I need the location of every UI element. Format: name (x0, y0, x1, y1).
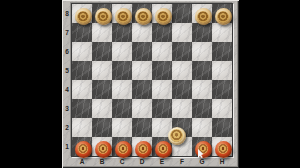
square-b5[interactable] (92, 61, 112, 80)
square-h5[interactable] (212, 61, 232, 80)
square-g6[interactable] (192, 42, 212, 61)
square-h8[interactable] (212, 4, 232, 23)
square-h3[interactable] (212, 99, 232, 118)
square-g5[interactable] (192, 61, 212, 80)
square-d5[interactable] (132, 61, 152, 80)
square-d3[interactable] (132, 99, 152, 118)
square-f6[interactable] (172, 42, 192, 61)
square-g7[interactable] (192, 23, 212, 42)
file-label-g: G (192, 158, 212, 165)
game-window: 87654321ABCDEFGH (0, 0, 300, 168)
square-e1[interactable] (152, 137, 172, 156)
square-f2[interactable] (172, 118, 192, 137)
file-label-c: C (112, 158, 132, 165)
square-c6[interactable] (112, 42, 132, 61)
rank-label-3: 3 (62, 105, 72, 112)
square-e2[interactable] (152, 118, 172, 137)
square-d8[interactable] (132, 4, 152, 23)
square-c2[interactable] (112, 118, 132, 137)
square-g3[interactable] (192, 99, 212, 118)
square-e3[interactable] (152, 99, 172, 118)
square-a3[interactable] (72, 99, 92, 118)
square-g8[interactable] (192, 4, 212, 23)
square-c4[interactable] (112, 80, 132, 99)
square-h6[interactable] (212, 42, 232, 61)
square-f1[interactable] (172, 137, 192, 156)
rank-label-8: 8 (62, 10, 72, 17)
rank-label-4: 4 (62, 86, 72, 93)
square-a1[interactable] (72, 137, 92, 156)
rank-label-6: 6 (62, 48, 72, 55)
square-a5[interactable] (72, 61, 92, 80)
square-c5[interactable] (112, 61, 132, 80)
rank-label-5: 5 (62, 67, 72, 74)
square-b1[interactable] (92, 137, 112, 156)
square-e4[interactable] (152, 80, 172, 99)
square-d2[interactable] (132, 118, 152, 137)
rank-label-1: 1 (62, 143, 72, 150)
square-d4[interactable] (132, 80, 152, 99)
rank-label-7: 7 (62, 29, 72, 36)
square-a8[interactable] (72, 4, 92, 23)
square-d1[interactable] (132, 137, 152, 156)
square-d6[interactable] (132, 42, 152, 61)
square-e8[interactable] (152, 4, 172, 23)
square-f4[interactable] (172, 80, 192, 99)
file-label-e: E (152, 158, 172, 165)
square-b6[interactable] (92, 42, 112, 61)
square-g2[interactable] (192, 118, 212, 137)
square-b3[interactable] (92, 99, 112, 118)
square-c7[interactable] (112, 23, 132, 42)
square-e6[interactable] (152, 42, 172, 61)
file-label-d: D (132, 158, 152, 165)
square-b2[interactable] (92, 118, 112, 137)
square-h2[interactable] (212, 118, 232, 137)
square-b4[interactable] (92, 80, 112, 99)
square-a6[interactable] (72, 42, 92, 61)
square-c8[interactable] (112, 4, 132, 23)
square-d7[interactable] (132, 23, 152, 42)
square-f3[interactable] (172, 99, 192, 118)
square-a7[interactable] (72, 23, 92, 42)
square-g4[interactable] (192, 80, 212, 99)
file-label-f: F (172, 158, 192, 165)
square-h4[interactable] (212, 80, 232, 99)
square-e7[interactable] (152, 23, 172, 42)
square-b8[interactable] (92, 4, 112, 23)
square-c1[interactable] (112, 137, 132, 156)
square-f5[interactable] (172, 61, 192, 80)
chapaev-board: 87654321ABCDEFGH (62, 0, 239, 168)
square-a4[interactable] (72, 80, 92, 99)
square-h1[interactable] (212, 137, 232, 156)
file-label-h: H (212, 158, 232, 165)
square-c3[interactable] (112, 99, 132, 118)
square-e5[interactable] (152, 61, 172, 80)
square-a2[interactable] (72, 118, 92, 137)
rank-label-2: 2 (62, 124, 72, 131)
square-b7[interactable] (92, 23, 112, 42)
file-label-a: A (72, 158, 92, 165)
file-label-b: B (92, 158, 112, 165)
square-f7[interactable] (172, 23, 192, 42)
square-h7[interactable] (212, 23, 232, 42)
square-f8[interactable] (172, 4, 192, 23)
board-squares (72, 4, 232, 156)
